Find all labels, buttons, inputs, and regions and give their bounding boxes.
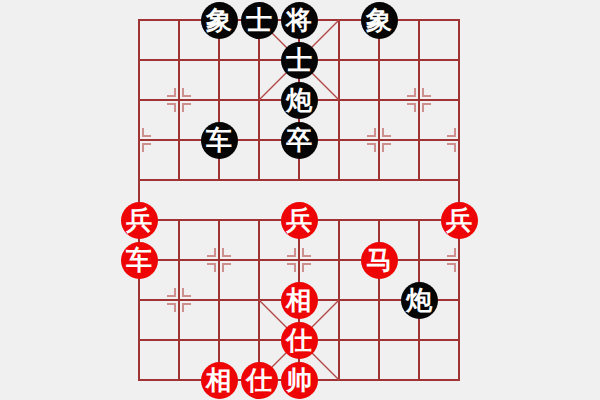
piece-red-advisor[interactable]: 仕 xyxy=(281,322,318,359)
piece-black-cannon[interactable]: 炮 xyxy=(401,282,438,319)
piece-black-cannon[interactable]: 炮 xyxy=(281,82,318,119)
piece-red-advisor[interactable]: 仕 xyxy=(241,362,278,399)
piece-black-chariot[interactable]: 车 xyxy=(201,122,238,159)
piece-black-pawn[interactable]: 卒 xyxy=(281,122,318,159)
pieces-layer: 象士将象士炮车卒兵兵兵车马相炮仕相仕帅 xyxy=(119,0,479,400)
piece-red-pawn[interactable]: 兵 xyxy=(121,202,158,239)
piece-red-horse[interactable]: 马 xyxy=(361,242,398,279)
piece-red-general[interactable]: 帅 xyxy=(281,362,318,399)
xiangqi-board: 象士将象士炮车卒兵兵兵车马相炮仕相仕帅 xyxy=(0,0,600,400)
piece-red-pawn[interactable]: 兵 xyxy=(281,202,318,239)
piece-black-elephant[interactable]: 象 xyxy=(361,2,398,39)
piece-red-chariot[interactable]: 车 xyxy=(121,242,158,279)
xiangqi-app: 象士将象士炮车卒兵兵兵车马相炮仕相仕帅 xyxy=(0,0,600,400)
piece-red-pawn[interactable]: 兵 xyxy=(441,202,478,239)
piece-black-general[interactable]: 将 xyxy=(281,2,318,39)
piece-black-advisor[interactable]: 士 xyxy=(241,2,278,39)
piece-black-advisor[interactable]: 士 xyxy=(281,42,318,79)
piece-black-elephant[interactable]: 象 xyxy=(201,2,238,39)
piece-red-elephant[interactable]: 相 xyxy=(281,282,318,319)
piece-red-elephant[interactable]: 相 xyxy=(201,362,238,399)
